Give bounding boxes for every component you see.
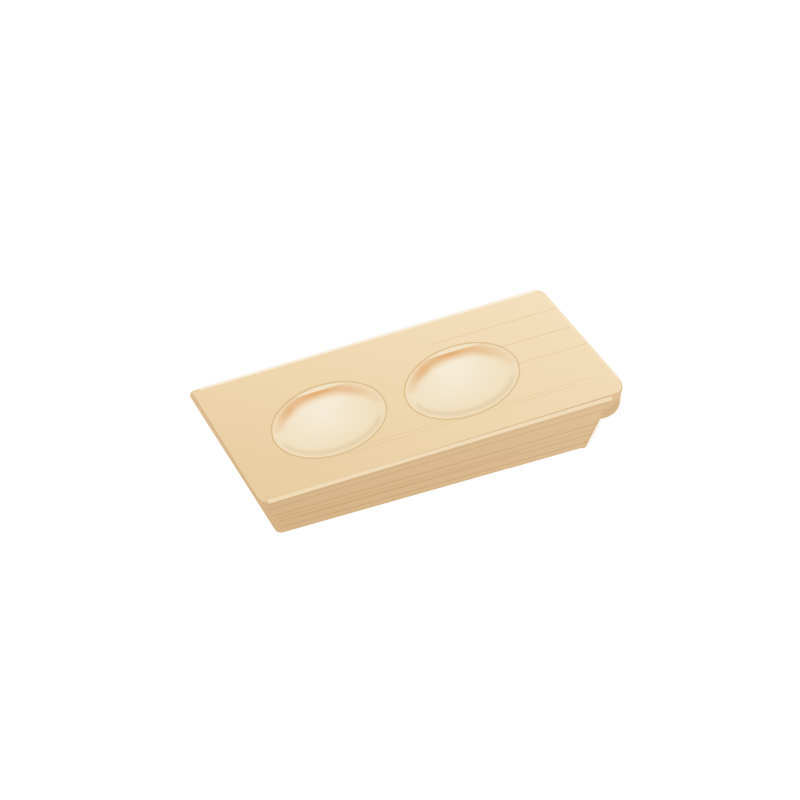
product-photo [0,0,800,800]
wooden-tray-illustration [0,0,800,800]
